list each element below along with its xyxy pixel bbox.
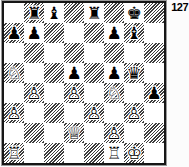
square-b6 <box>24 43 44 63</box>
square-b3 <box>24 103 44 123</box>
square-g6 <box>124 43 144 63</box>
square-h2 <box>144 123 164 143</box>
square-h8 <box>144 3 164 23</box>
square-g7: ♝ <box>124 23 144 43</box>
square-h6 <box>144 43 164 63</box>
square-a2 <box>4 123 24 143</box>
square-c5 <box>44 63 64 83</box>
square-c1 <box>44 143 64 163</box>
square-c4 <box>44 83 64 103</box>
square-e5 <box>84 63 104 83</box>
square-a3: ♙ <box>4 103 24 123</box>
square-h5 <box>144 63 164 83</box>
square-g4 <box>124 83 144 103</box>
square-h4: ♟ <box>144 83 164 103</box>
white-pawn-g3: ♙ <box>126 103 141 123</box>
square-d5: ♟ <box>64 63 84 83</box>
square-a5: ♘ <box>4 63 24 83</box>
black-bishop-c8: ♝ <box>46 3 61 23</box>
square-g1: ♔ <box>124 143 144 163</box>
square-d6 <box>64 43 84 63</box>
square-g2 <box>124 123 144 143</box>
square-a1: ♖ <box>4 143 24 163</box>
black-pawn-h4: ♟ <box>146 83 161 103</box>
black-pawn-a7: ♟ <box>6 23 21 43</box>
square-e1 <box>84 143 104 163</box>
white-pawn-f2: ♙ <box>106 123 121 143</box>
square-h3 <box>144 103 164 123</box>
square-e6 <box>84 43 104 63</box>
diagram-number-label: 127 <box>171 1 188 13</box>
square-c3 <box>44 103 64 123</box>
white-pawn-b4: ♙ <box>26 83 41 103</box>
square-g8: ♚ <box>124 3 144 23</box>
black-king-g8: ♚ <box>126 3 141 23</box>
black-bishop-g7: ♝ <box>126 23 141 43</box>
white-knight-a5: ♘ <box>6 63 21 83</box>
square-g3: ♙ <box>124 103 144 123</box>
white-pawn-d4: ♙ <box>66 83 81 103</box>
square-c7 <box>44 23 64 43</box>
square-f5: ♟ <box>104 63 124 83</box>
square-b8: ♜ <box>24 3 44 23</box>
square-a6 <box>4 43 24 63</box>
square-e2 <box>84 123 104 143</box>
square-d3 <box>64 103 84 123</box>
white-rook-f1: ♖ <box>106 143 121 163</box>
black-queen-g5: ♛ <box>126 63 141 83</box>
square-e7 <box>84 23 104 43</box>
square-f3 <box>104 103 124 123</box>
square-h1 <box>144 143 164 163</box>
square-b2 <box>24 123 44 143</box>
square-d1 <box>64 143 84 163</box>
white-pawn-e3: ♙ <box>86 103 101 123</box>
square-e3: ♙ <box>84 103 104 123</box>
square-f8 <box>104 3 124 23</box>
white-pawn-a3: ♙ <box>6 103 21 123</box>
square-b1 <box>24 143 44 163</box>
square-c6 <box>44 43 64 63</box>
square-h7 <box>144 23 164 43</box>
black-pawn-f7: ♟ <box>106 23 121 43</box>
square-a7: ♟ <box>4 23 24 43</box>
white-rook-a1: ♖ <box>6 143 21 163</box>
square-f1: ♖ <box>104 143 124 163</box>
square-e8: ♜ <box>84 3 104 23</box>
square-f7: ♟ <box>104 23 124 43</box>
black-pawn-d5: ♟ <box>66 63 81 83</box>
square-a4 <box>4 83 24 103</box>
square-g5: ♛ <box>124 63 144 83</box>
square-f6 <box>104 43 124 63</box>
square-e4 <box>84 83 104 103</box>
square-d8 <box>64 3 84 23</box>
square-c2 <box>44 123 64 143</box>
white-knight-f4: ♘ <box>106 83 121 103</box>
square-f4: ♘ <box>104 83 124 103</box>
black-rook-b8: ♜ <box>26 3 41 23</box>
square-d7 <box>64 23 84 43</box>
square-b7: ♟ <box>24 23 44 43</box>
square-d4: ♙ <box>64 83 84 103</box>
square-d2: ♕ <box>64 123 84 143</box>
square-c8: ♝ <box>44 3 64 23</box>
square-a8 <box>4 3 24 23</box>
square-b5 <box>24 63 44 83</box>
chess-board: ♜♝♜♚♟♟♟♝♘♟♟♛♙♙♘♟♙♙♙♕♙♖♖♔ <box>2 1 166 165</box>
black-pawn-b7: ♟ <box>26 23 41 43</box>
white-king-g1: ♔ <box>126 143 141 163</box>
black-rook-e8: ♜ <box>86 3 101 23</box>
white-queen-d2: ♕ <box>66 123 81 143</box>
square-b4: ♙ <box>24 83 44 103</box>
black-pawn-f5: ♟ <box>106 63 121 83</box>
square-f2: ♙ <box>104 123 124 143</box>
